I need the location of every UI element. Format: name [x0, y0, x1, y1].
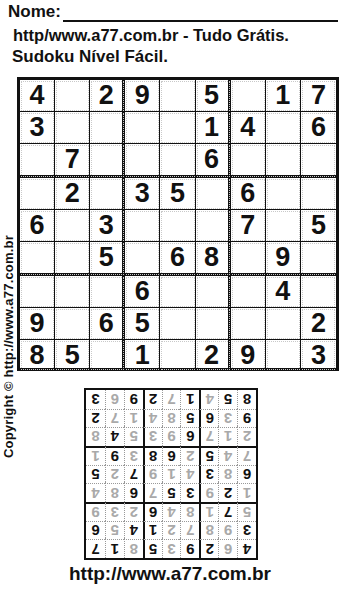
cell-r5c1[interactable]: 6	[20, 210, 55, 242]
solution-cell-r9c4: 1	[180, 390, 199, 409]
solution-cell-r5c4: 4	[180, 465, 199, 484]
cell-r3c7[interactable]	[231, 144, 266, 178]
sudoku-board: 429517314676235663755689649652851293	[17, 77, 339, 371]
solution-cell-r7c6: 3	[143, 427, 162, 446]
cell-r2c7[interactable]: 4	[231, 112, 266, 144]
cell-r7c3[interactable]	[90, 276, 125, 308]
solution-cell-r5c1: 6	[237, 465, 256, 484]
solution-cell-r2c4: 7	[180, 521, 199, 540]
solution-cell-r4c4: 3	[180, 483, 199, 502]
cell-r2c9[interactable]: 6	[301, 112, 336, 144]
cell-r6c8[interactable]: 9	[266, 242, 301, 276]
solution-cell-r7c9: 8	[86, 427, 105, 446]
solution-cell-r8c8: 7	[105, 409, 124, 428]
solution-cell-r1c2: 6	[218, 539, 237, 558]
solution-cell-r6c5: 6	[162, 446, 181, 465]
solution-cell-r8c6: 4	[143, 409, 162, 428]
cell-r9c2[interactable]: 5	[55, 340, 90, 371]
solution-cell-r7c2: 1	[218, 427, 237, 446]
cell-r6c3[interactable]: 5	[90, 242, 125, 276]
solution-cell-r2c6: 1	[143, 521, 162, 540]
site-header: http/www.a77.com.br - Tudo Grátis.	[13, 26, 289, 45]
sudoku-sheet: Nome: http/www.a77.com.br - Tudo Grátis.…	[0, 0, 340, 596]
cell-r6c5[interactable]: 6	[160, 242, 195, 276]
cell-r9c8[interactable]	[266, 340, 301, 371]
solution-cell-r8c7: 1	[124, 409, 143, 428]
cell-r9c4[interactable]: 1	[125, 340, 160, 371]
solution-cell-r1c3: 2	[199, 539, 218, 558]
cell-r7c9[interactable]	[301, 276, 336, 308]
cell-r7c2[interactable]	[55, 276, 90, 308]
solution-cell-r5c5: 1	[162, 465, 181, 484]
solution-cell-r2c3: 8	[199, 521, 218, 540]
solution-board: 4629358173987214565718462391293576846834…	[84, 388, 258, 560]
cell-r4c8[interactable]	[266, 178, 301, 210]
cell-r1c6[interactable]: 5	[196, 80, 231, 112]
cell-r9c9[interactable]: 3	[301, 340, 336, 371]
cell-r3c6[interactable]: 6	[196, 144, 231, 178]
cell-r9c1[interactable]: 8	[20, 340, 55, 371]
solution-cell-r9c5: 7	[162, 390, 181, 409]
solution-cell-r2c1: 3	[237, 521, 256, 540]
footer-url: http://www.a77.com.br	[0, 563, 340, 585]
solution-cell-r1c4: 9	[180, 539, 199, 558]
solution-cell-r1c6: 5	[143, 539, 162, 558]
solution-cell-r5c6: 9	[143, 465, 162, 484]
solution-cell-r3c2: 7	[218, 502, 237, 521]
solution-cell-r7c7: 5	[124, 427, 143, 446]
solution-cell-r4c1: 1	[237, 483, 256, 502]
cell-r6c4[interactable]	[125, 242, 160, 276]
solution-cell-r9c9: 3	[86, 390, 105, 409]
cell-r7c4[interactable]: 6	[125, 276, 160, 308]
solution-cell-r8c2: 3	[218, 409, 237, 428]
solution-cell-r3c1: 5	[237, 502, 256, 521]
cell-r2c4[interactable]	[125, 112, 160, 144]
cell-r5c6[interactable]	[196, 210, 231, 242]
solution-cell-r1c1: 4	[237, 539, 256, 558]
solution-cell-r6c9: 1	[86, 446, 105, 465]
cell-r2c2[interactable]	[55, 112, 90, 144]
cell-r8c7[interactable]	[231, 308, 266, 340]
solution-cell-r1c9: 7	[86, 539, 105, 558]
solution-cell-r5c3: 3	[199, 465, 218, 484]
cell-r6c7[interactable]	[231, 242, 266, 276]
solution-cell-r2c8: 5	[105, 521, 124, 540]
cell-r1c4[interactable]: 9	[125, 80, 160, 112]
cell-r8c6[interactable]	[196, 308, 231, 340]
solution-cell-r8c4: 5	[180, 409, 199, 428]
page-title: Sudoku Nível Fácil.	[12, 47, 168, 67]
solution-cell-r4c6: 7	[143, 483, 162, 502]
cell-r1c8[interactable]: 1	[266, 80, 301, 112]
cell-r2c5[interactable]	[160, 112, 195, 144]
cell-r8c4[interactable]: 5	[125, 308, 160, 340]
cell-r6c6[interactable]: 8	[196, 242, 231, 276]
cell-r8c8[interactable]	[266, 308, 301, 340]
name-row: Nome:	[8, 2, 338, 22]
solution-cell-r6c7: 3	[124, 446, 143, 465]
solution-cell-r4c7: 6	[124, 483, 143, 502]
solution-cell-r3c5: 4	[162, 502, 181, 521]
cell-r1c1[interactable]: 4	[20, 80, 55, 112]
solution-cell-r9c6: 2	[143, 390, 162, 409]
cell-r5c2[interactable]	[55, 210, 90, 242]
cell-r4c9[interactable]	[301, 178, 336, 210]
cell-r3c3[interactable]	[90, 144, 125, 178]
cell-r8c1[interactable]: 9	[20, 308, 55, 340]
name-underline	[63, 3, 338, 22]
cell-r1c7[interactable]	[231, 80, 266, 112]
cell-r8c9[interactable]: 2	[301, 308, 336, 340]
cell-r7c1[interactable]	[20, 276, 55, 308]
solution-cell-r4c8: 8	[105, 483, 124, 502]
cell-r5c5[interactable]	[160, 210, 195, 242]
cell-r9c3[interactable]	[90, 340, 125, 371]
solution-cell-r7c8: 4	[105, 427, 124, 446]
solution-cell-r5c2: 8	[218, 465, 237, 484]
solution-cell-r9c3: 4	[199, 390, 218, 409]
solution-cell-r7c5: 9	[162, 427, 181, 446]
solution-cell-r4c2: 2	[218, 483, 237, 502]
cell-r9c6[interactable]: 2	[196, 340, 231, 371]
cell-r7c7[interactable]	[231, 276, 266, 308]
solution-cell-r8c3: 6	[199, 409, 218, 428]
solution-cell-r5c9: 5	[86, 465, 105, 484]
solution-cell-r5c7: 7	[124, 465, 143, 484]
solution-cell-r2c7: 4	[124, 521, 143, 540]
cell-r3c9[interactable]	[301, 144, 336, 178]
cell-r4c5[interactable]: 5	[160, 178, 195, 210]
solution-cell-r6c4: 2	[180, 446, 199, 465]
cell-r5c7[interactable]: 7	[231, 210, 266, 242]
solution-cell-r9c7: 9	[124, 390, 143, 409]
cell-r4c1[interactable]	[20, 178, 55, 210]
solution-cell-r3c7: 2	[124, 502, 143, 521]
cell-r3c2[interactable]: 7	[55, 144, 90, 178]
cell-r2c8[interactable]	[266, 112, 301, 144]
cell-r2c3[interactable]	[90, 112, 125, 144]
cell-r3c1[interactable]	[20, 144, 55, 178]
cell-r2c6[interactable]: 1	[196, 112, 231, 144]
copyright-vertical: Copyright © http://www.a77.com.br	[1, 104, 16, 458]
solution-cell-r8c1: 9	[237, 409, 256, 428]
cell-r4c4[interactable]: 3	[125, 178, 160, 210]
cell-r9c7[interactable]: 9	[231, 340, 266, 371]
cell-r2c1[interactable]: 3	[20, 112, 55, 144]
cell-r6c2[interactable]	[55, 242, 90, 276]
cell-r6c9[interactable]	[301, 242, 336, 276]
cell-r9c5[interactable]	[160, 340, 195, 371]
solution-cell-r2c5: 2	[162, 521, 181, 540]
solution-cell-r8c5: 8	[162, 409, 181, 428]
solution-cell-r7c3: 7	[199, 427, 218, 446]
solution-cell-r9c8: 6	[105, 390, 124, 409]
cell-r4c6[interactable]	[196, 178, 231, 210]
solution-cell-r6c2: 4	[218, 446, 237, 465]
solution-cell-r9c2: 5	[218, 390, 237, 409]
name-label: Nome:	[8, 2, 61, 22]
solution-cell-r3c6: 6	[143, 502, 162, 521]
cell-r3c4[interactable]	[125, 144, 160, 178]
cell-r6c1[interactable]	[20, 242, 55, 276]
solution-cell-r4c9: 4	[86, 483, 105, 502]
cell-r1c9[interactable]: 7	[301, 80, 336, 112]
cell-r5c8[interactable]	[266, 210, 301, 242]
cell-r1c2[interactable]	[55, 80, 90, 112]
solution-cell-r4c5: 5	[162, 483, 181, 502]
solution-cell-r1c5: 3	[162, 539, 181, 558]
cell-r4c3[interactable]	[90, 178, 125, 210]
cell-r5c3[interactable]: 3	[90, 210, 125, 242]
solution-cell-r6c6: 8	[143, 446, 162, 465]
cell-r5c9[interactable]: 5	[301, 210, 336, 242]
cell-r7c6[interactable]	[196, 276, 231, 308]
solution-cell-r8c9: 2	[86, 409, 105, 428]
solution-cell-r2c2: 9	[218, 521, 237, 540]
cell-r8c3[interactable]: 6	[90, 308, 125, 340]
solution-cell-r6c1: 7	[237, 446, 256, 465]
solution-cell-r3c4: 8	[180, 502, 199, 521]
solution-cell-r4c3: 9	[199, 483, 218, 502]
cell-r4c7[interactable]: 6	[231, 178, 266, 210]
cell-r4c2[interactable]: 2	[55, 178, 90, 210]
cell-r8c5[interactable]	[160, 308, 195, 340]
solution-cell-r1c7: 8	[124, 539, 143, 558]
solution-cell-r3c9: 9	[86, 502, 105, 521]
solution-cell-r6c3: 5	[199, 446, 218, 465]
solution-cell-r5c8: 2	[105, 465, 124, 484]
cell-r5c4[interactable]	[125, 210, 160, 242]
solution-cell-r9c1: 8	[237, 390, 256, 409]
solution-cell-r2c9: 6	[86, 521, 105, 540]
cell-r1c5[interactable]	[160, 80, 195, 112]
cell-r7c8[interactable]: 4	[266, 276, 301, 308]
solution-cell-r3c3: 1	[199, 502, 218, 521]
solution-cell-r1c8: 1	[105, 539, 124, 558]
solution-cell-r3c8: 3	[105, 502, 124, 521]
solution-cell-r6c8: 9	[105, 446, 124, 465]
cell-r1c3[interactable]: 2	[90, 80, 125, 112]
solution-cell-r7c1: 2	[237, 427, 256, 446]
cell-r3c8[interactable]	[266, 144, 301, 178]
solution-cell-r7c4: 6	[180, 427, 199, 446]
cell-r3c5[interactable]	[160, 144, 195, 178]
cell-r7c5[interactable]	[160, 276, 195, 308]
cell-r8c2[interactable]	[55, 308, 90, 340]
